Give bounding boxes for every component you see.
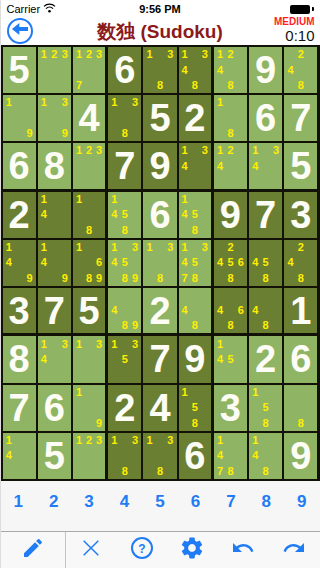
cell-candidates: 138 bbox=[144, 240, 175, 286]
cell-value: 3 bbox=[214, 385, 247, 431]
cell-r3c6[interactable]: 134 bbox=[179, 143, 212, 189]
cell-candidates: 135 bbox=[109, 336, 140, 382]
number-key-8[interactable]: 8 bbox=[249, 492, 284, 520]
close-icon bbox=[80, 537, 102, 563]
cell-candidates: 148 bbox=[250, 433, 281, 479]
cell-r7c1[interactable]: 8 bbox=[3, 336, 36, 382]
cell-candidates: 248 bbox=[285, 47, 316, 93]
cell-r1c5[interactable]: 138 bbox=[143, 47, 176, 93]
cell-value: 9 bbox=[179, 336, 211, 382]
difficulty-badge: MEDIUM bbox=[274, 16, 315, 27]
cell-candidates: 19 bbox=[74, 385, 104, 431]
toolbar: ? bbox=[1, 531, 320, 568]
cell-r7c4[interactable]: 135 bbox=[108, 336, 141, 382]
cell-candidates: 138 bbox=[109, 95, 140, 141]
cell-candidates: 123 bbox=[74, 433, 104, 479]
cell-candidates: 1248 bbox=[215, 47, 246, 93]
pencil-button[interactable] bbox=[18, 535, 48, 565]
redo-icon bbox=[282, 536, 306, 564]
cell-r3c2[interactable]: 8 bbox=[38, 143, 71, 189]
cell-r8c5[interactable]: 4 bbox=[143, 385, 176, 431]
cell-value: 6 bbox=[143, 192, 176, 238]
cell-r3c4[interactable]: 7 bbox=[108, 143, 141, 189]
cell-value: 4 bbox=[73, 95, 105, 141]
cell-r9c2[interactable]: 5 bbox=[38, 433, 71, 479]
cell-candidates: 149 bbox=[39, 240, 70, 286]
cell-r4c7[interactable]: 9 bbox=[214, 192, 247, 238]
cell-candidates: 134 bbox=[250, 143, 281, 188]
cell-value: 1 bbox=[284, 288, 317, 333]
cell-r5c4[interactable]: 134589 bbox=[108, 240, 141, 286]
cell-candidates: 458 bbox=[250, 240, 281, 286]
cell-r2c7[interactable]: 18 bbox=[214, 95, 247, 141]
cell-value: 7 bbox=[143, 336, 176, 382]
cell-candidates: 139 bbox=[39, 95, 70, 141]
cell-value: 4 bbox=[143, 385, 176, 431]
cell-r3c1[interactable]: 6 bbox=[3, 143, 36, 189]
number-key-9[interactable]: 9 bbox=[284, 492, 319, 520]
cell-candidates: 1237 bbox=[74, 47, 104, 93]
cell-value: 7 bbox=[38, 288, 71, 333]
number-key-5[interactable]: 5 bbox=[142, 492, 177, 520]
cell-candidates: 124 bbox=[215, 143, 246, 188]
cell-candidates: 8 bbox=[285, 385, 316, 431]
cell-r2c4[interactable]: 138 bbox=[108, 95, 141, 141]
cell-candidates: 18 bbox=[74, 192, 104, 238]
cell-r4c6[interactable]: 1458 bbox=[179, 192, 212, 238]
cell-candidates: 138 bbox=[144, 433, 175, 479]
cell-r8c7[interactable]: 3 bbox=[214, 385, 247, 431]
cell-candidates: 14 bbox=[39, 192, 70, 238]
clock-label: 9:56 PM bbox=[1, 3, 320, 15]
cell-value: 2 bbox=[249, 336, 282, 382]
cell-r9c5[interactable]: 138 bbox=[143, 433, 176, 479]
cell-r3c5[interactable]: 9 bbox=[143, 143, 176, 189]
cell-r2c6[interactable]: 2 bbox=[179, 95, 212, 141]
svg-text:?: ? bbox=[138, 542, 145, 556]
cell-r9c8[interactable]: 148 bbox=[249, 433, 282, 479]
cell-r9c3[interactable]: 123 bbox=[73, 433, 106, 479]
cell-candidates: 24568 bbox=[215, 240, 246, 286]
cell-value: 5 bbox=[38, 433, 71, 479]
number-key-4[interactable]: 4 bbox=[107, 492, 142, 520]
cell-candidates: 1458 bbox=[109, 192, 140, 238]
cell-r3c7[interactable]: 124 bbox=[214, 143, 247, 189]
timer-label: 0:10 bbox=[285, 27, 314, 44]
cell-r7c2[interactable]: 134 bbox=[38, 336, 71, 382]
cell-r6c3[interactable]: 5 bbox=[73, 288, 106, 334]
cell-r2c8[interactable]: 6 bbox=[249, 95, 282, 141]
cell-value: 7 bbox=[249, 192, 282, 238]
cell-r3c3[interactable]: 123 bbox=[73, 143, 106, 189]
cell-r8c6[interactable]: 158 bbox=[179, 385, 212, 431]
cell-candidates: 468 bbox=[215, 288, 246, 333]
cell-value: 8 bbox=[38, 143, 71, 188]
cell-r1c4[interactable]: 6 bbox=[108, 47, 141, 93]
status-bar: Carrier 9:56 PM bbox=[1, 0, 320, 18]
cell-value: 9 bbox=[143, 143, 176, 188]
cell-r1c3[interactable]: 1237 bbox=[73, 47, 106, 93]
cell-candidates: 134578 bbox=[180, 240, 210, 286]
cell-candidates: 489 bbox=[109, 288, 140, 333]
cell-candidates: 134 bbox=[39, 336, 70, 382]
battery-icon bbox=[290, 5, 314, 14]
cell-candidates: 1458 bbox=[180, 192, 210, 238]
cell-r6c5[interactable]: 2 bbox=[143, 288, 176, 334]
cell-r4c1[interactable]: 2 bbox=[3, 192, 36, 238]
cell-r7c7[interactable]: 145 bbox=[214, 336, 247, 382]
cell-value: 6 bbox=[3, 143, 36, 188]
cell-value: 7 bbox=[3, 385, 36, 431]
cell-r9c4[interactable]: 138 bbox=[108, 433, 141, 479]
cell-r6c8[interactable]: 48 bbox=[249, 288, 282, 334]
cell-r5c6[interactable]: 134578 bbox=[179, 240, 212, 286]
cell-candidates: 1689 bbox=[74, 240, 104, 286]
cell-r5c3[interactable]: 1689 bbox=[73, 240, 106, 286]
cell-r7c9[interactable]: 6 bbox=[284, 336, 317, 382]
cell-r1c2[interactable]: 123 bbox=[38, 47, 71, 93]
settings-button[interactable] bbox=[177, 535, 207, 565]
cell-candidates: 138 bbox=[109, 433, 140, 479]
cell-value: 8 bbox=[3, 336, 36, 382]
cell-value: 7 bbox=[108, 143, 141, 188]
hint-button[interactable]: ? bbox=[127, 535, 157, 565]
gear-icon bbox=[179, 535, 205, 565]
cell-r4c9[interactable]: 3 bbox=[284, 192, 317, 238]
number-key-1[interactable]: 1 bbox=[1, 492, 36, 520]
cell-r3c9[interactable]: 5 bbox=[284, 143, 317, 189]
cell-value: 5 bbox=[143, 95, 176, 141]
cell-r8c2[interactable]: 6 bbox=[38, 385, 71, 431]
cell-candidates: 123 bbox=[39, 47, 70, 93]
cell-value: 7 bbox=[284, 95, 317, 141]
cell-value: 9 bbox=[284, 433, 317, 479]
cell-r3c8[interactable]: 134 bbox=[249, 143, 282, 189]
cell-candidates: 1478 bbox=[215, 433, 246, 479]
cell-r5c5[interactable]: 138 bbox=[143, 240, 176, 286]
cell-r2c2[interactable]: 139 bbox=[38, 95, 71, 141]
cell-r8c9[interactable]: 8 bbox=[284, 385, 317, 431]
cell-candidates: 1348 bbox=[180, 47, 210, 93]
cell-r2c9[interactable]: 7 bbox=[284, 95, 317, 141]
cell-r2c5[interactable]: 5 bbox=[143, 95, 176, 141]
cell-r5c1[interactable]: 149 bbox=[3, 240, 36, 286]
number-key-6[interactable]: 6 bbox=[178, 492, 213, 520]
cell-r9c1[interactable]: 14 bbox=[3, 433, 36, 479]
cell-r7c8[interactable]: 2 bbox=[249, 336, 282, 382]
cell-r5c2[interactable]: 149 bbox=[38, 240, 71, 286]
cell-value: 6 bbox=[249, 95, 282, 141]
cell-r6c1[interactable]: 3 bbox=[3, 288, 36, 334]
redo-button[interactable] bbox=[279, 535, 309, 565]
cell-candidates: 149 bbox=[4, 240, 35, 286]
app-window: Carrier 9:56 PM 数独 (Sudoku) MEDIUM bbox=[1, 0, 320, 568]
cell-candidates: 248 bbox=[285, 240, 316, 286]
cell-r6c6[interactable]: 48 bbox=[179, 288, 212, 334]
cell-r6c4[interactable]: 489 bbox=[108, 288, 141, 334]
cell-candidates: 158 bbox=[250, 385, 281, 431]
cell-candidates: 145 bbox=[215, 336, 246, 382]
cell-value: 6 bbox=[179, 433, 211, 479]
pencil-icon bbox=[21, 536, 45, 564]
cell-r7c3[interactable]: 13 bbox=[73, 336, 106, 382]
cell-r4c3[interactable]: 18 bbox=[73, 192, 106, 238]
cell-value: 3 bbox=[284, 192, 317, 238]
number-key-2[interactable]: 2 bbox=[36, 492, 71, 520]
cell-value: 5 bbox=[73, 288, 105, 333]
cell-r8c8[interactable]: 158 bbox=[249, 385, 282, 431]
cell-value: 2 bbox=[108, 385, 141, 431]
cell-r2c3[interactable]: 4 bbox=[73, 95, 106, 141]
cell-value: 2 bbox=[179, 95, 211, 141]
help-icon: ? bbox=[130, 536, 154, 564]
cell-candidates: 123 bbox=[74, 143, 104, 188]
cell-r6c9[interactable]: 1 bbox=[284, 288, 317, 334]
undo-icon bbox=[231, 536, 255, 564]
cell-value: 5 bbox=[3, 47, 36, 93]
cell-r6c7[interactable]: 468 bbox=[214, 288, 247, 334]
cell-r4c8[interactable]: 7 bbox=[249, 192, 282, 238]
cell-value: 9 bbox=[214, 192, 247, 238]
cell-value: 6 bbox=[38, 385, 71, 431]
cell-value: 3 bbox=[3, 288, 36, 333]
cell-candidates: 134589 bbox=[109, 240, 140, 286]
undo-button[interactable] bbox=[228, 535, 258, 565]
cell-r9c6[interactable]: 6 bbox=[179, 433, 212, 479]
sudoku-board: 5123123761381348124892481913941385218676… bbox=[1, 45, 320, 481]
cell-r5c8[interactable]: 458 bbox=[249, 240, 282, 286]
cell-r1c9[interactable]: 248 bbox=[284, 47, 317, 93]
page-title: 数独 (Sudoku) bbox=[1, 19, 320, 45]
cell-r5c7[interactable]: 24568 bbox=[214, 240, 247, 286]
cell-r2c1[interactable]: 19 bbox=[3, 95, 36, 141]
cell-r9c7[interactable]: 1478 bbox=[214, 433, 247, 479]
cell-value: 6 bbox=[284, 336, 317, 382]
cell-r4c2[interactable]: 14 bbox=[38, 192, 71, 238]
cell-r1c8[interactable]: 9 bbox=[249, 47, 282, 93]
cell-r7c6[interactable]: 9 bbox=[179, 336, 212, 382]
cell-value: 6 bbox=[108, 47, 141, 93]
cell-value: 5 bbox=[284, 143, 317, 188]
number-row: 123456789 bbox=[1, 481, 320, 531]
cell-candidates: 19 bbox=[4, 95, 35, 141]
number-key-7[interactable]: 7 bbox=[213, 492, 248, 520]
cell-candidates: 14 bbox=[4, 433, 35, 479]
cell-r1c1[interactable]: 5 bbox=[3, 47, 36, 93]
cell-candidates: 48 bbox=[180, 288, 210, 333]
cell-candidates: 18 bbox=[215, 95, 246, 141]
cell-r8c3[interactable]: 19 bbox=[73, 385, 106, 431]
cell-value: 2 bbox=[143, 288, 176, 333]
cell-r6c2[interactable]: 7 bbox=[38, 288, 71, 334]
cell-r8c4[interactable]: 2 bbox=[108, 385, 141, 431]
cell-candidates: 138 bbox=[144, 47, 175, 93]
cell-value: 2 bbox=[3, 192, 36, 238]
cell-candidates: 48 bbox=[250, 288, 281, 333]
number-key-3[interactable]: 3 bbox=[71, 492, 106, 520]
cell-candidates: 158 bbox=[180, 385, 210, 431]
cell-r8c1[interactable]: 7 bbox=[3, 385, 36, 431]
cell-r1c6[interactable]: 1348 bbox=[179, 47, 212, 93]
cell-candidates: 134 bbox=[180, 143, 210, 188]
nav-bar: 数独 (Sudoku) MEDIUM 0:10 bbox=[1, 18, 320, 45]
cell-r7c5[interactable]: 7 bbox=[143, 336, 176, 382]
cell-r4c5[interactable]: 6 bbox=[143, 192, 176, 238]
cell-r9c9[interactable]: 9 bbox=[284, 433, 317, 479]
cell-value: 9 bbox=[249, 47, 282, 93]
cell-r5c9[interactable]: 248 bbox=[284, 240, 317, 286]
cell-candidates: 13 bbox=[74, 336, 104, 382]
cell-r1c7[interactable]: 1248 bbox=[214, 47, 247, 93]
cell-r4c4[interactable]: 1458 bbox=[108, 192, 141, 238]
erase-button[interactable] bbox=[76, 535, 106, 565]
